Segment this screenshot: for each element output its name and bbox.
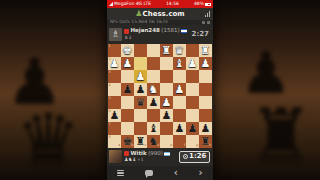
material-advantage: +1 <box>137 158 144 163</box>
square[interactable]: ♛ <box>134 96 147 109</box>
square[interactable]: ♟ <box>160 96 173 109</box>
status-time: 14:56 <box>166 2 179 7</box>
app-header: ♟Chess.com <box>107 8 213 20</box>
square[interactable]: ♝ <box>147 122 160 135</box>
chess-piece: ♟ <box>121 83 134 96</box>
chess-piece: ♟ <box>160 96 173 109</box>
square[interactable] <box>199 70 212 83</box>
square[interactable]: 8a <box>108 135 121 148</box>
square[interactable]: ♜c <box>134 135 147 148</box>
chat-button[interactable] <box>145 170 153 176</box>
chess-piece: ♟ <box>134 83 147 96</box>
background-blur-left: ♟♛ <box>0 0 110 180</box>
chess-piece: ♚ <box>121 44 134 57</box>
square[interactable]: 7 <box>108 122 121 135</box>
rank-label: 7 <box>109 123 111 127</box>
square[interactable] <box>134 44 147 57</box>
move-bar-icons[interactable] <box>202 21 210 24</box>
move-bar-icon-2[interactable] <box>207 21 210 24</box>
background-piece-silhouette: ♜ <box>248 98 314 172</box>
opponent-captured-pieces: ♞♝ <box>124 35 132 40</box>
square[interactable] <box>186 96 199 109</box>
opponent-title-badge <box>124 29 129 34</box>
square[interactable] <box>134 109 147 122</box>
square[interactable]: f <box>173 135 186 148</box>
chess-piece: ♟ <box>186 57 199 70</box>
square[interactable]: ♞ <box>147 83 160 96</box>
square[interactable]: ♟ <box>134 83 147 96</box>
move-bar-icon-1[interactable] <box>202 21 205 24</box>
background-blur-right: ♟♜ <box>210 0 320 180</box>
chess-piece: ♟ <box>199 57 212 70</box>
player-title-badge <box>124 151 129 156</box>
chess-piece: ♝ <box>147 122 160 135</box>
square[interactable] <box>147 109 160 122</box>
square[interactable] <box>134 57 147 70</box>
background-piece-silhouette: ♛ <box>16 104 81 176</box>
chess-piece: ♟ <box>186 122 199 135</box>
square[interactable] <box>186 44 199 57</box>
square[interactable] <box>134 122 147 135</box>
battery-percent: 48% <box>194 2 204 7</box>
square[interactable] <box>173 109 186 122</box>
square[interactable]: e <box>160 135 173 148</box>
square[interactable] <box>186 70 199 83</box>
logo-text: Chess.com <box>143 10 185 18</box>
square[interactable]: ♟6 <box>108 109 121 122</box>
square[interactable] <box>199 83 212 96</box>
player-clock-active: 1:26 <box>179 151 210 163</box>
chess-piece: ♞ <box>147 83 160 96</box>
square[interactable]: ♝ <box>173 57 186 70</box>
square[interactable]: ♟ <box>160 109 173 122</box>
square[interactable]: ♟ <box>186 57 199 70</box>
player-avatar[interactable] <box>109 150 122 163</box>
square[interactable] <box>121 122 134 135</box>
square[interactable]: ♟ <box>134 70 147 83</box>
video-frame: ♟♛ ♟♜ MegaFon 4G LTE 14:56 48% ♟Chess.co… <box>0 0 320 180</box>
chess-piece: ♟ <box>173 83 186 96</box>
rank-label: 6 <box>109 110 111 114</box>
square[interactable]: ♟ <box>173 83 186 96</box>
square[interactable]: 4 <box>108 83 121 96</box>
previous-move-button[interactable]: ‹ <box>174 168 178 178</box>
rank-label: 8 <box>109 136 111 140</box>
rank-label: 5 <box>109 97 111 101</box>
chess-piece: ♛ <box>134 96 147 109</box>
chess-piece: ♜ <box>199 44 212 57</box>
square[interactable]: ♚b <box>121 135 134 148</box>
square[interactable] <box>173 96 186 109</box>
chess-piece: ♟ <box>173 122 186 135</box>
square[interactable]: ♟ <box>186 122 199 135</box>
player-clock-time: 1:26 <box>189 153 206 160</box>
file-label: h <box>209 144 211 148</box>
square[interactable]: ♛ <box>173 44 186 57</box>
square[interactable] <box>121 109 134 122</box>
square[interactable]: ♟2 <box>108 57 121 70</box>
connection-bars-icon[interactable] <box>205 11 211 17</box>
chess-piece: ♝ <box>173 57 186 70</box>
square[interactable] <box>160 122 173 135</box>
square[interactable]: ♟ <box>121 83 134 96</box>
square[interactable] <box>160 57 173 70</box>
square[interactable] <box>199 96 212 109</box>
logo-pawn-icon: ♟ <box>135 9 142 18</box>
chess-piece: ♟ <box>199 122 212 135</box>
square[interactable]: ♟ <box>199 122 212 135</box>
rank-label: 2 <box>109 58 111 62</box>
opponent-avatar[interactable]: ♗ <box>109 28 122 41</box>
square[interactable]: ♚ <box>121 44 134 57</box>
chess-piece: ♛ <box>173 44 186 57</box>
square[interactable] <box>186 83 199 96</box>
battery-icon <box>205 3 211 6</box>
opponent-flag-icon <box>181 29 187 33</box>
opponent-clock: 2:27 <box>192 31 211 38</box>
status-bar: MegaFon 4G LTE 14:56 48% <box>107 0 213 8</box>
square[interactable] <box>160 70 173 83</box>
square[interactable]: ♜ <box>199 44 212 57</box>
square[interactable] <box>186 109 199 122</box>
chesscom-logo[interactable]: ♟Chess.com <box>135 10 184 18</box>
square[interactable]: ♜ <box>160 44 173 57</box>
chess-piece: ♜ <box>160 44 173 57</box>
opponent-rating: (1581) <box>161 28 179 34</box>
square[interactable]: ♟ <box>121 57 134 70</box>
player-rating: (990) <box>148 151 163 157</box>
chess-piece: ♟ <box>121 57 134 70</box>
square[interactable]: ♟ <box>147 96 160 109</box>
square[interactable]: 5 <box>108 96 121 109</box>
square[interactable] <box>173 70 186 83</box>
rank-label: 4 <box>109 84 111 88</box>
opponent-username[interactable]: Hejan248 <box>131 28 160 34</box>
next-move-button[interactable]: › <box>199 168 203 178</box>
player-captured-pieces: ♟♞♝ <box>124 157 136 162</box>
rank-label: 1 <box>109 45 111 49</box>
chess-piece: ♟ <box>160 109 173 122</box>
square[interactable]: 3 <box>108 70 121 83</box>
options-menu-button[interactable] <box>117 170 124 177</box>
player-bar[interactable]: Witik (990) ♟♞♝ +1 1:26 <box>107 148 213 165</box>
chess-board: 1♚♜♛♜♟2♟♝♟♟3♟4♟♟♞♟5♛♟♟♟6♟7♝♟♟♟8a♚b♜c♞def… <box>108 44 212 148</box>
clock-icon <box>183 154 188 159</box>
rank-label: 3 <box>109 71 111 75</box>
square[interactable] <box>160 83 173 96</box>
player-flag-icon <box>164 152 170 156</box>
square[interactable] <box>121 96 134 109</box>
square[interactable] <box>147 70 160 83</box>
signal-icon <box>109 2 113 6</box>
chess-app-screen: MegaFon 4G LTE 14:56 48% ♟Chess.com Nf5 … <box>107 0 213 180</box>
square[interactable]: ♟ <box>173 122 186 135</box>
game-toolbar: ‹ › <box>107 166 213 180</box>
square[interactable] <box>121 70 134 83</box>
chess-piece: ♟ <box>134 70 147 83</box>
chess-piece: ♟ <box>147 96 160 109</box>
square[interactable]: ♟ <box>199 57 212 70</box>
square[interactable] <box>199 109 212 122</box>
square[interactable]: ♜h <box>199 135 212 148</box>
square[interactable] <box>147 57 160 70</box>
opponent-player-bar[interactable]: ♗ Hejan248 (1581) ♞♝ 2:27 <box>107 25 213 43</box>
square[interactable]: 1 <box>108 44 121 57</box>
square[interactable] <box>147 44 160 57</box>
square[interactable]: ♞d <box>147 135 160 148</box>
carrier-label: MegaFon 4G LTE <box>114 2 151 7</box>
square[interactable]: g <box>186 135 199 148</box>
